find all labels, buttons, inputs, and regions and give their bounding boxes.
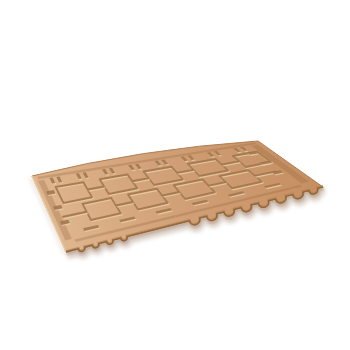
photo-canvas [0,0,350,350]
molded-pulp-tray-image [0,0,350,350]
product-photo [0,0,350,350]
page: { "scene": { "type": "product-photo", "s… [0,0,350,350]
tray-body [32,141,323,252]
